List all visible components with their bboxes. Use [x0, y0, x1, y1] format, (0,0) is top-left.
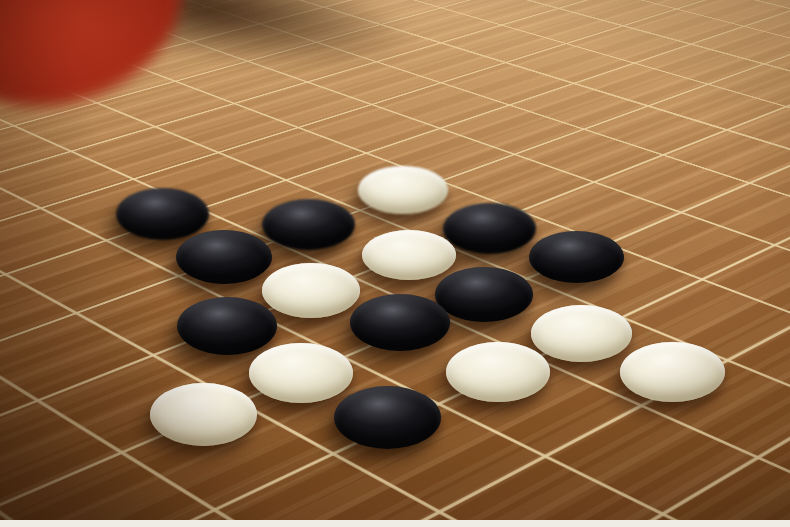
stone-white[interactable]: ○	[620, 342, 725, 402]
stone-black[interactable]: ●	[334, 386, 441, 449]
stone-white[interactable]: ○	[262, 263, 360, 318]
stone-black[interactable]: ●	[176, 230, 272, 284]
stone-black[interactable]: ●	[435, 267, 533, 322]
stone-white[interactable]: ○	[249, 343, 353, 403]
stone-white[interactable]: ○	[362, 230, 456, 280]
goban-photo-scene: ○●●●●●○○●●●○○○○○●	[0, 0, 790, 527]
stone-black[interactable]: ●	[443, 203, 536, 254]
stone-black[interactable]: ●	[177, 297, 277, 355]
stone-white[interactable]: ○	[446, 342, 550, 402]
stone-black[interactable]: ●	[529, 231, 624, 283]
stone-white[interactable]: ○	[358, 166, 448, 214]
stone-black[interactable]: ●	[116, 188, 209, 240]
photo-bottom-edge	[0, 520, 790, 527]
stones-layer: ○●●●●●○○●●●○○○○○●	[0, 0, 790, 527]
stone-white[interactable]: ○	[150, 383, 257, 446]
stone-white[interactable]: ○	[531, 305, 632, 362]
stone-black[interactable]: ●	[350, 294, 450, 351]
stone-black[interactable]: ●	[262, 199, 355, 250]
